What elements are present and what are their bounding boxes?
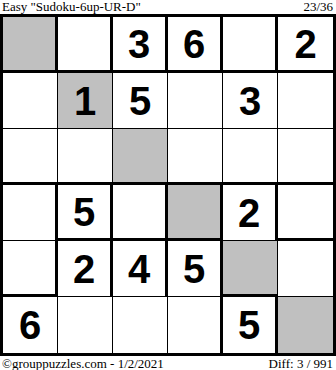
cell-r1c4-given: 6 [168, 17, 223, 73]
cell-r1c1[interactable] [3, 17, 58, 73]
cell-r3c2[interactable] [58, 129, 113, 185]
cell-r4c3[interactable] [113, 185, 168, 241]
cell-r3c1[interactable] [3, 129, 58, 185]
footer-difficulty: Diff: 3 / 991 [269, 357, 333, 370]
cell-r1c6-given: 2 [278, 17, 333, 73]
cell-r2c1[interactable] [3, 73, 58, 129]
cell-r2c4[interactable] [168, 73, 223, 129]
cell-r5c2-given: 2 [58, 241, 113, 297]
cell-r4c6[interactable] [278, 185, 333, 241]
cell-r3c5[interactable] [223, 129, 278, 185]
cell-r1c5[interactable] [223, 17, 278, 73]
cell-r6c1-given: 6 [3, 297, 58, 353]
cell-r1c3-given: 3 [113, 17, 168, 73]
footer-copyright: ©grouppuzzles.com - 1/2/2021 [2, 357, 164, 370]
cell-r6c2[interactable] [58, 297, 113, 353]
cell-r3c6[interactable] [278, 129, 333, 185]
cell-r5c1[interactable] [3, 241, 58, 297]
sudoku-grid: 3621535224565 [0, 14, 336, 356]
cell-r5c4-given: 5 [168, 241, 223, 297]
cell-r2c3-given: 5 [113, 73, 168, 129]
header: Easy "Sudoku-6up-UR-D" 23/36 [0, 0, 336, 14]
cell-r6c3[interactable] [113, 297, 168, 353]
footer: ©grouppuzzles.com - 1/2/2021 Diff: 3 / 9… [0, 356, 336, 370]
cell-r4c4[interactable] [168, 185, 223, 241]
cell-r5c3-given: 4 [113, 241, 168, 297]
cell-r4c2-given: 5 [58, 185, 113, 241]
cell-r5c5[interactable] [223, 241, 278, 297]
cell-r5c6[interactable] [278, 241, 333, 297]
cell-r3c3[interactable] [113, 129, 168, 185]
cell-r1c2[interactable] [58, 17, 113, 73]
page-title: Easy "Sudoku-6up-UR-D" [2, 0, 141, 13]
cell-r4c1[interactable] [3, 185, 58, 241]
remaining-counter: 23/36 [303, 0, 333, 13]
cell-r2c2-given: 1 [58, 73, 113, 129]
cell-r4c5-given: 2 [223, 185, 278, 241]
cell-r2c5-given: 3 [223, 73, 278, 129]
cell-r3c4[interactable] [168, 129, 223, 185]
cell-r6c5-given: 5 [223, 297, 278, 353]
cell-r2c6[interactable] [278, 73, 333, 129]
cell-r6c4[interactable] [168, 297, 223, 353]
cell-r6c6[interactable] [278, 297, 333, 353]
